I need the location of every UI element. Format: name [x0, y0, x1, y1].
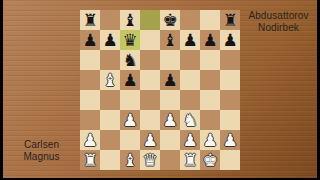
square-f5[interactable] [180, 70, 200, 90]
player-label-white: Carlsen Magnus [3, 139, 80, 162]
piece-white-pawn-icon[interactable]: ♟ [80, 130, 100, 150]
square-e2[interactable] [160, 130, 180, 150]
square-g2[interactable]: ♟ [200, 130, 220, 150]
square-f4[interactable] [180, 90, 200, 110]
square-h7[interactable]: ♟ [220, 30, 240, 50]
square-e8[interactable]: ♚ [160, 10, 180, 30]
square-d6[interactable] [140, 50, 160, 70]
square-a7[interactable]: ♟ [80, 30, 100, 50]
square-g3[interactable] [200, 110, 220, 130]
square-d4[interactable] [140, 90, 160, 110]
player-black-firstname: Nodirbek [240, 22, 317, 34]
square-f7[interactable]: ♟ [180, 30, 200, 50]
square-h8[interactable]: ♜ [220, 10, 240, 30]
piece-white-pawn-icon[interactable]: ♟ [220, 130, 240, 150]
square-g7[interactable]: ♟ [200, 30, 220, 50]
square-g1[interactable]: ♚ [200, 150, 220, 170]
square-c5[interactable]: ♟ [120, 70, 140, 90]
square-e4[interactable] [160, 90, 180, 110]
square-a4[interactable] [80, 90, 100, 110]
player-label-black: Abdusattorov Nodirbek [240, 10, 317, 33]
square-b3[interactable] [100, 110, 120, 130]
square-a1[interactable]: ♜ [80, 150, 100, 170]
square-g5[interactable] [200, 70, 220, 90]
square-d7[interactable] [140, 30, 160, 50]
piece-white-pawn-icon[interactable]: ♟ [200, 130, 220, 150]
square-e6[interactable] [160, 50, 180, 70]
piece-white-pawn-icon[interactable]: ♟ [180, 130, 200, 150]
square-d1[interactable]: ♛ [140, 150, 160, 170]
player-white-firstname: Magnus [3, 151, 80, 163]
square-f1[interactable]: ♜ [180, 150, 200, 170]
square-d8[interactable] [140, 10, 160, 30]
wood-table-background: Abdusattorov Nodirbek ♜♝♚♜♟♟♛♝♟♟♟♞♝♟♟♟♟♞… [3, 0, 317, 178]
piece-black-pawn-icon[interactable]: ♟ [220, 30, 240, 50]
piece-white-pawn-icon[interactable]: ♟ [120, 110, 140, 130]
player-black-lastname: Abdusattorov [240, 10, 317, 22]
square-b8[interactable] [100, 10, 120, 30]
square-d5[interactable] [140, 70, 160, 90]
square-b5[interactable]: ♝ [100, 70, 120, 90]
square-f2[interactable]: ♟ [180, 130, 200, 150]
chess-board[interactable]: ♜♝♚♜♟♟♛♝♟♟♟♞♝♟♟♟♟♞♟♟♟♟♟♜♝♛♜♚ [80, 10, 240, 170]
square-e1[interactable] [160, 150, 180, 170]
piece-black-rook-icon[interactable]: ♜ [80, 10, 100, 30]
square-c1[interactable]: ♝ [120, 150, 140, 170]
square-e7[interactable]: ♝ [160, 30, 180, 50]
piece-black-pawn-icon[interactable]: ♟ [200, 30, 220, 50]
square-a3[interactable] [80, 110, 100, 130]
piece-black-rook-icon[interactable]: ♜ [220, 10, 240, 30]
square-c4[interactable] [120, 90, 140, 110]
piece-black-pawn-icon[interactable]: ♟ [80, 30, 100, 50]
piece-black-bishop-icon[interactable]: ♝ [120, 10, 140, 30]
square-g4[interactable] [200, 90, 220, 110]
square-e5[interactable]: ♟ [160, 70, 180, 90]
square-h6[interactable] [220, 50, 240, 70]
square-a2[interactable]: ♟ [80, 130, 100, 150]
piece-white-queen-icon[interactable]: ♛ [140, 150, 160, 170]
square-c6[interactable]: ♞ [120, 50, 140, 70]
square-b2[interactable] [100, 130, 120, 150]
square-h5[interactable] [220, 70, 240, 90]
square-b1[interactable] [100, 150, 120, 170]
piece-black-knight-icon[interactable]: ♞ [120, 50, 140, 70]
square-b4[interactable] [100, 90, 120, 110]
player-white-lastname: Carlsen [3, 139, 80, 151]
piece-black-queen-icon[interactable]: ♛ [120, 30, 140, 50]
square-h4[interactable] [220, 90, 240, 110]
square-e3[interactable]: ♟ [160, 110, 180, 130]
square-h2[interactable]: ♟ [220, 130, 240, 150]
piece-white-bishop-icon[interactable]: ♝ [100, 70, 120, 90]
square-b6[interactable] [100, 50, 120, 70]
piece-white-rook-icon[interactable]: ♜ [180, 150, 200, 170]
square-g8[interactable] [200, 10, 220, 30]
square-c3[interactable]: ♟ [120, 110, 140, 130]
square-a5[interactable] [80, 70, 100, 90]
piece-black-pawn-icon[interactable]: ♟ [160, 70, 180, 90]
square-a8[interactable]: ♜ [80, 10, 100, 30]
square-f3[interactable]: ♞ [180, 110, 200, 130]
bottom-letterbox-bar [0, 178, 320, 180]
square-c2[interactable] [120, 130, 140, 150]
square-f6[interactable] [180, 50, 200, 70]
piece-black-pawn-icon[interactable]: ♟ [100, 30, 120, 50]
square-b7[interactable]: ♟ [100, 30, 120, 50]
piece-white-rook-icon[interactable]: ♜ [80, 150, 100, 170]
square-h1[interactable] [220, 150, 240, 170]
piece-white-bishop-icon[interactable]: ♝ [120, 150, 140, 170]
piece-white-knight-icon[interactable]: ♞ [180, 110, 200, 130]
square-g6[interactable] [200, 50, 220, 70]
piece-black-king-icon[interactable]: ♚ [160, 10, 180, 30]
piece-black-pawn-icon[interactable]: ♟ [180, 30, 200, 50]
square-d2[interactable]: ♟ [140, 130, 160, 150]
square-f8[interactable] [180, 10, 200, 30]
piece-white-pawn-icon[interactable]: ♟ [160, 110, 180, 130]
square-c7[interactable]: ♛ [120, 30, 140, 50]
piece-black-bishop-icon[interactable]: ♝ [160, 30, 180, 50]
piece-black-pawn-icon[interactable]: ♟ [120, 70, 140, 90]
piece-white-pawn-icon[interactable]: ♟ [140, 130, 160, 150]
square-d3[interactable] [140, 110, 160, 130]
piece-white-king-icon[interactable]: ♚ [200, 150, 220, 170]
square-c8[interactable]: ♝ [120, 10, 140, 30]
square-a6[interactable] [80, 50, 100, 70]
square-h3[interactable] [220, 110, 240, 130]
